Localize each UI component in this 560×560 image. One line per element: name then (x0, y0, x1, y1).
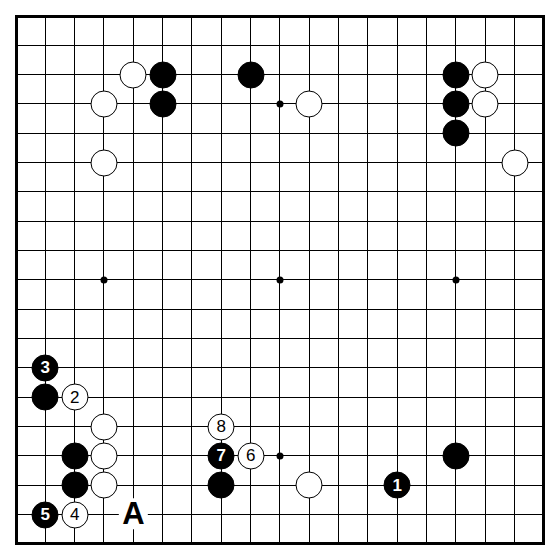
move-number: 8 (217, 418, 226, 436)
stone-white (296, 472, 323, 499)
move-6-stone-white: 6 (237, 442, 264, 469)
move-3-stone-black: 3 (32, 354, 59, 381)
stone-white (296, 90, 323, 117)
stone-black (61, 442, 88, 469)
stone-black (442, 61, 469, 88)
stone-white (90, 413, 117, 440)
stone-white (472, 61, 499, 88)
move-number: 5 (41, 506, 50, 524)
move-number: 4 (70, 506, 79, 524)
star-point (276, 100, 283, 107)
move-5-stone-black: 5 (32, 501, 59, 528)
stone-white (501, 149, 528, 176)
stone-black (237, 61, 264, 88)
stone-black (442, 442, 469, 469)
move-2-stone-white: 2 (61, 384, 88, 411)
point-label-A: A (119, 498, 147, 529)
star-point (276, 276, 283, 283)
stone-black (442, 90, 469, 117)
go-diagram: 32548761A (0, 0, 560, 560)
stone-white (90, 442, 117, 469)
move-number: 3 (41, 359, 50, 377)
star-point (100, 276, 107, 283)
stone-white (472, 90, 499, 117)
star-point (452, 276, 459, 283)
move-8-stone-white: 8 (208, 413, 235, 440)
stone-black (61, 472, 88, 499)
stone-black (442, 120, 469, 147)
move-number: 7 (217, 447, 226, 465)
stone-black (149, 90, 176, 117)
move-7-stone-black: 7 (208, 442, 235, 469)
stone-black (32, 384, 59, 411)
stone-white (90, 472, 117, 499)
stone-white (90, 149, 117, 176)
move-number: 2 (70, 388, 79, 406)
go-board: 32548761A (0, 0, 560, 560)
stone-black (208, 472, 235, 499)
stone-white (90, 90, 117, 117)
move-number: 6 (246, 447, 255, 465)
move-number: 1 (393, 476, 402, 494)
move-1-stone-black: 1 (384, 472, 411, 499)
stone-white (120, 61, 147, 88)
star-point (276, 452, 283, 459)
move-4-stone-white: 4 (61, 501, 88, 528)
stone-black (149, 61, 176, 88)
